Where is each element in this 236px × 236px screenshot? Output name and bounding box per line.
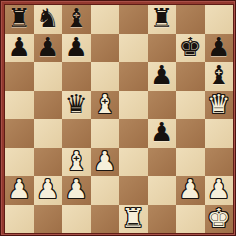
square-c3[interactable]: ♝ [62,148,91,177]
white-pawn: ♟ [179,176,202,202]
square-g7[interactable]: ♚ [176,34,205,63]
square-a4[interactable] [5,119,34,148]
black-pawn: ♟ [8,34,31,60]
square-a6[interactable] [5,62,34,91]
square-c6[interactable] [62,62,91,91]
square-f3[interactable] [148,148,177,177]
square-c8[interactable]: ♝ [62,5,91,34]
square-a3[interactable] [5,148,34,177]
black-queen: ♛ [65,91,88,117]
square-h8[interactable] [205,5,234,34]
square-f7[interactable] [148,34,177,63]
square-h1[interactable]: ♚ [205,205,234,234]
square-f4[interactable]: ♟ [148,119,177,148]
black-pawn: ♟ [65,34,88,60]
square-a1[interactable] [5,205,34,234]
square-d1[interactable] [91,205,120,234]
square-e5[interactable] [119,91,148,120]
square-h5[interactable]: ♛ [205,91,234,120]
white-rook: ♜ [122,205,145,231]
square-e3[interactable] [119,148,148,177]
white-bishop: ♝ [93,91,116,117]
white-pawn: ♟ [93,148,116,174]
white-bishop: ♝ [65,148,88,174]
square-c1[interactable] [62,205,91,234]
square-b3[interactable] [34,148,63,177]
square-f8[interactable]: ♜ [148,5,177,34]
square-b1[interactable] [34,205,63,234]
black-rook: ♜ [8,5,31,31]
square-h4[interactable] [205,119,234,148]
square-c2[interactable]: ♟ [62,176,91,205]
black-knight: ♞ [36,5,59,31]
square-d7[interactable] [91,34,120,63]
square-d5[interactable]: ♝ [91,91,120,120]
black-king: ♚ [179,34,202,60]
square-g5[interactable] [176,91,205,120]
square-a2[interactable]: ♟ [5,176,34,205]
square-d4[interactable] [91,119,120,148]
square-f6[interactable]: ♟ [148,62,177,91]
board-frame: ♜♞♝♜♟♟♟♚♟♟♝♛♝♛♟♝♟♟♟♟♟♟♜♚ [0,0,236,236]
square-g1[interactable] [176,205,205,234]
square-h7[interactable]: ♟ [205,34,234,63]
square-d3[interactable]: ♟ [91,148,120,177]
square-g4[interactable] [176,119,205,148]
black-pawn: ♟ [150,62,173,88]
square-b8[interactable]: ♞ [34,5,63,34]
square-c5[interactable]: ♛ [62,91,91,120]
square-h6[interactable]: ♝ [205,62,234,91]
square-e6[interactable] [119,62,148,91]
square-b7[interactable]: ♟ [34,34,63,63]
square-e4[interactable] [119,119,148,148]
white-queen: ♛ [207,91,230,117]
square-c7[interactable]: ♟ [62,34,91,63]
white-king: ♚ [207,205,230,231]
square-g6[interactable] [176,62,205,91]
square-f2[interactable] [148,176,177,205]
black-pawn: ♟ [150,119,173,145]
square-h3[interactable] [205,148,234,177]
square-b2[interactable]: ♟ [34,176,63,205]
chess-app: ♜♞♝♜♟♟♟♚♟♟♝♛♝♛♟♝♟♟♟♟♟♟♜♚ [0,0,236,236]
black-pawn: ♟ [36,34,59,60]
square-e1[interactable]: ♜ [119,205,148,234]
square-g3[interactable] [176,148,205,177]
square-g8[interactable] [176,5,205,34]
square-e8[interactable] [119,5,148,34]
white-pawn: ♟ [8,176,31,202]
square-b6[interactable] [34,62,63,91]
square-g2[interactable]: ♟ [176,176,205,205]
white-pawn: ♟ [65,176,88,202]
square-f1[interactable] [148,205,177,234]
black-bishop: ♝ [207,62,230,88]
white-pawn: ♟ [36,176,59,202]
black-rook: ♜ [150,5,173,31]
black-bishop: ♝ [65,5,88,31]
square-d2[interactable] [91,176,120,205]
square-h2[interactable]: ♟ [205,176,234,205]
square-c4[interactable] [62,119,91,148]
square-b4[interactable] [34,119,63,148]
square-a5[interactable] [5,91,34,120]
square-b5[interactable] [34,91,63,120]
square-a8[interactable]: ♜ [5,5,34,34]
white-pawn: ♟ [207,176,230,202]
square-e2[interactable] [119,176,148,205]
square-a7[interactable]: ♟ [5,34,34,63]
square-d6[interactable] [91,62,120,91]
black-pawn: ♟ [207,34,230,60]
square-f5[interactable] [148,91,177,120]
square-d8[interactable] [91,5,120,34]
square-e7[interactable] [119,34,148,63]
chess-board: ♜♞♝♜♟♟♟♚♟♟♝♛♝♛♟♝♟♟♟♟♟♟♜♚ [5,5,233,233]
